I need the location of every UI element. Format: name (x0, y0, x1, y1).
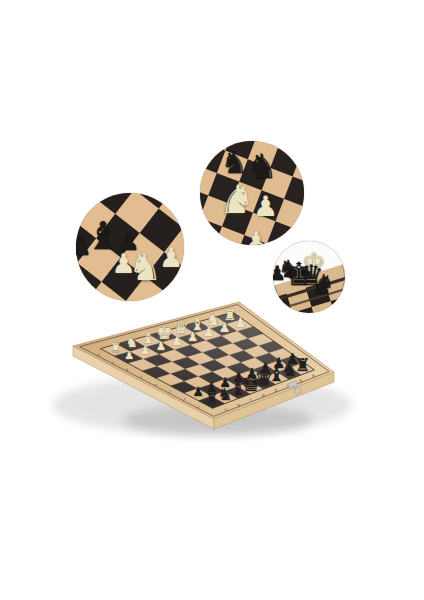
piece-black-n: ♞ (218, 385, 233, 404)
piece-white-p: ♟ (234, 315, 246, 330)
product-photo: hgfedcba87654321♜♞♟♝♟♛♟♚♟♝♟♞♟♜♟♟♟♟♜♟♞♟♝♟… (0, 0, 424, 600)
piece-black-r: ♜ (205, 390, 218, 408)
piece-black-n: ♞ (221, 147, 248, 177)
piece-black-b: ♝ (230, 378, 246, 399)
piece-white-p: ♟ (156, 339, 166, 353)
chess-board: hgfedcba87654321♜♞♟♝♟♛♟♚♟♝♟♞♟♜♟♟♟♟♜♟♞♟♝♟… (0, 0, 424, 600)
piece-white-p: ♟ (187, 330, 198, 344)
piece-white-p: ♟ (219, 320, 231, 335)
piece-black-p: ♟ (193, 384, 204, 399)
piece-white-p: ♟ (124, 349, 134, 362)
piece-white-p: ♟ (140, 344, 150, 357)
piece-white-p: ♟ (245, 228, 268, 245)
piece-white-p: ♟ (159, 244, 183, 271)
piece-white-p: ♟ (203, 324, 214, 339)
detail-inset-top: ♞♞♞♟♟ (200, 141, 304, 245)
piece-white-p: ♟ (171, 334, 182, 348)
detail-inset-left: ♟♝♟♟♞♟ (76, 193, 184, 301)
piece-white-r: ♜ (110, 341, 121, 355)
piece-black-n: ♞ (311, 271, 334, 297)
piece-white-n: ♞ (220, 179, 256, 219)
piece-white-n: ♞ (128, 248, 162, 286)
piece-white-p: ♟ (253, 192, 278, 220)
detail-inset-right: ♟♞♚♚♛♞ (273, 241, 345, 313)
piece-white-n: ♞ (126, 334, 138, 350)
